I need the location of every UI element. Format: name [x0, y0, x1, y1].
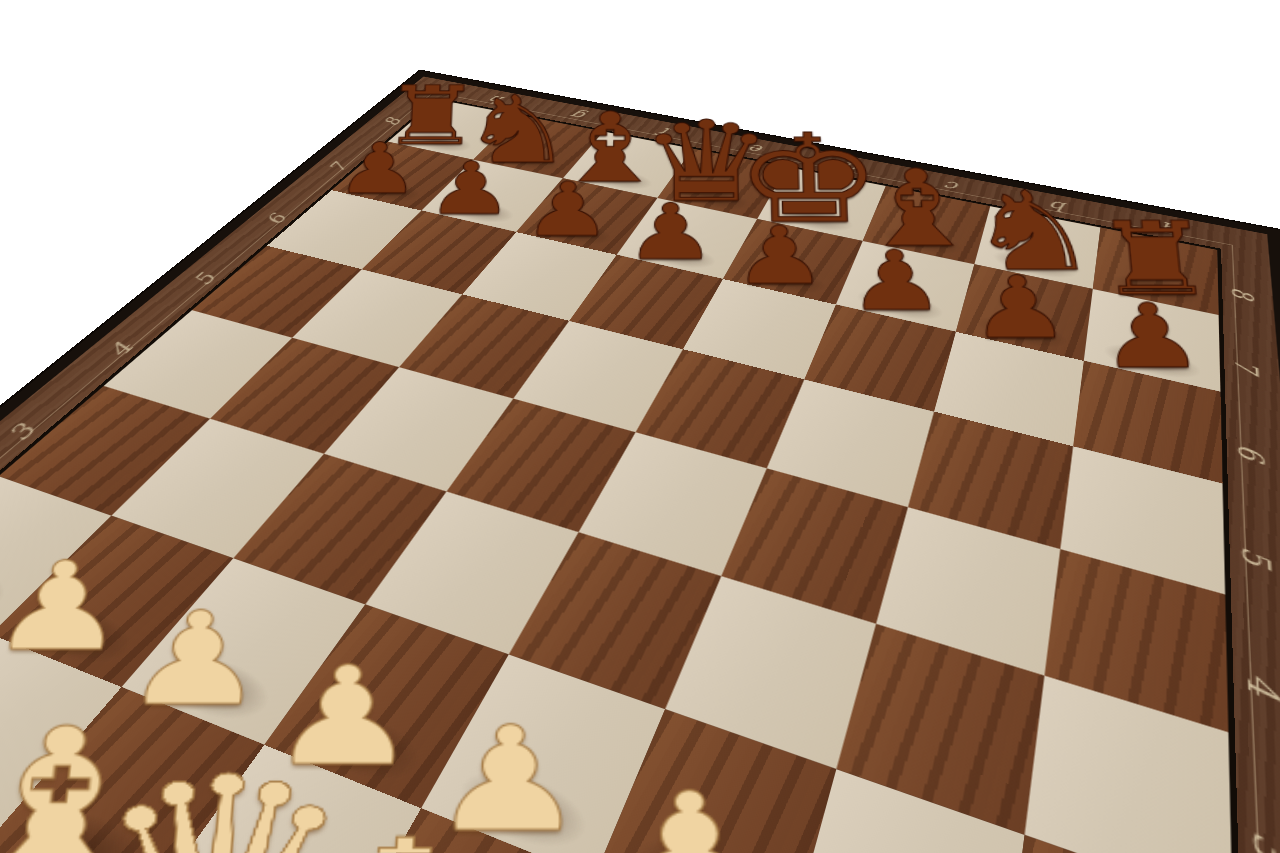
white-king-e1: ♚ — [239, 812, 555, 853]
chessboard-photo: abcdefgh 87654321 87654321 abcdefgh ♜♞♝♛… — [0, 0, 1280, 853]
black-pawn-b7: ♟ — [425, 154, 515, 223]
black-pawn-f7: ♟ — [845, 242, 947, 321]
square-c3 — [233, 453, 446, 604]
black-pawn-d7: ♟ — [624, 196, 717, 269]
black-pawn-g7: ♟ — [966, 267, 1073, 349]
rank-labels-right: 87654321 — [1223, 258, 1280, 853]
chess-board: abcdefgh 87654321 87654321 abcdefgh ♜♞♝♛… — [0, 70, 1280, 853]
square-h3 — [1025, 675, 1233, 853]
black-pawn-c7: ♟ — [522, 175, 613, 246]
board-scene: abcdefgh 87654321 87654321 abcdefgh ♜♞♝♛… — [0, 0, 1280, 853]
black-pawn-h7: ♟ — [1095, 294, 1208, 379]
square-f5 — [767, 379, 934, 507]
board-grid: ♜♞♝♛♚♝♞♜♟♟♟♟♟♟♟♟♟♟♟♟♟♟♟♟♜♞♝♛♚♝♞♜ — [0, 99, 1245, 853]
white-pawn-g2: ♟ — [802, 849, 982, 853]
black-pawn-a7: ♟ — [334, 136, 423, 203]
square-e1: ♚ — [308, 808, 594, 853]
white-pawn-f2: ♟ — [607, 777, 774, 853]
black-pawn-e7: ♟ — [732, 218, 829, 294]
